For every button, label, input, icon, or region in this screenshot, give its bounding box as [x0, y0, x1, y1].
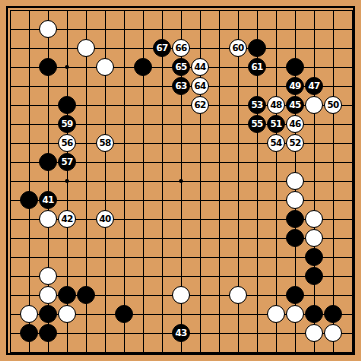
white-stone[interactable]	[39, 210, 57, 228]
black-stone[interactable]: 43	[172, 324, 190, 342]
black-stone[interactable]	[39, 324, 57, 342]
black-stone[interactable]: 45	[286, 96, 304, 114]
black-stone[interactable]	[286, 58, 304, 76]
white-stone[interactable]	[20, 305, 38, 323]
white-stone[interactable]: 50	[324, 96, 342, 114]
move-number-label: 67	[156, 44, 168, 53]
black-stone[interactable]: 53	[248, 96, 266, 114]
white-stone[interactable]	[58, 305, 76, 323]
black-stone[interactable]: 57	[58, 153, 76, 171]
move-number-label: 41	[42, 196, 54, 205]
black-stone[interactable]	[58, 96, 76, 114]
black-stone[interactable]	[305, 267, 323, 285]
white-stone[interactable]: 64	[191, 77, 209, 95]
black-stone[interactable]: 47	[305, 77, 323, 95]
move-number-label: 55	[251, 120, 263, 129]
black-stone[interactable]: 49	[286, 77, 304, 95]
black-stone[interactable]	[58, 286, 76, 304]
move-number-label: 40	[99, 215, 111, 224]
move-number-label: 42	[61, 215, 73, 224]
black-stone[interactable]	[134, 58, 152, 76]
white-stone[interactable]	[286, 305, 304, 323]
black-stone[interactable]	[305, 248, 323, 266]
white-stone[interactable]	[229, 286, 247, 304]
move-number-label: 66	[175, 44, 187, 53]
black-stone[interactable]	[286, 229, 304, 247]
black-stone[interactable]	[39, 153, 57, 171]
black-stone[interactable]	[115, 305, 133, 323]
move-number-label: 57	[61, 158, 73, 167]
white-stone[interactable]: 54	[267, 134, 285, 152]
white-stone[interactable]	[305, 324, 323, 342]
move-number-label: 60	[232, 44, 244, 53]
black-stone[interactable]	[324, 305, 342, 323]
black-stone[interactable]	[305, 305, 323, 323]
white-stone[interactable]: 60	[229, 39, 247, 57]
move-number-label: 64	[194, 82, 206, 91]
white-stone[interactable]	[305, 210, 323, 228]
black-stone[interactable]	[39, 58, 57, 76]
white-stone[interactable]: 44	[191, 58, 209, 76]
white-stone[interactable]	[77, 39, 95, 57]
black-stone[interactable]	[39, 305, 57, 323]
white-stone[interactable]: 66	[172, 39, 190, 57]
move-number-label: 63	[175, 82, 187, 91]
move-number-label: 46	[289, 120, 301, 129]
black-stone[interactable]: 67	[153, 39, 171, 57]
white-stone[interactable]	[172, 286, 190, 304]
move-number-label: 62	[194, 101, 206, 110]
white-stone[interactable]: 58	[96, 134, 114, 152]
white-stone[interactable]	[286, 191, 304, 209]
black-stone[interactable]	[20, 191, 38, 209]
move-number-label: 49	[289, 82, 301, 91]
move-number-label: 58	[99, 139, 111, 148]
white-stone[interactable]: 46	[286, 115, 304, 133]
move-number-label: 50	[327, 101, 339, 110]
black-stone[interactable]	[77, 286, 95, 304]
black-stone[interactable]	[286, 286, 304, 304]
stone-grid[interactable]: 6766606544616364494762534845505955514656…	[1, 1, 361, 361]
move-number-label: 59	[61, 120, 73, 129]
white-stone[interactable]: 42	[58, 210, 76, 228]
move-number-label: 43	[175, 329, 187, 338]
move-number-label: 44	[194, 63, 206, 72]
white-stone[interactable]	[39, 286, 57, 304]
white-stone[interactable]	[39, 267, 57, 285]
white-stone[interactable]	[39, 20, 57, 38]
black-stone[interactable]: 55	[248, 115, 266, 133]
black-stone[interactable]: 61	[248, 58, 266, 76]
white-stone[interactable]: 48	[267, 96, 285, 114]
move-number-label: 47	[308, 82, 320, 91]
go-board[interactable]: 6766606544616364494762534845505955514656…	[0, 0, 361, 361]
white-stone[interactable]	[267, 305, 285, 323]
black-stone[interactable]	[248, 39, 266, 57]
black-stone[interactable]: 51	[267, 115, 285, 133]
move-number-label: 54	[270, 139, 282, 148]
black-stone[interactable]	[20, 324, 38, 342]
white-stone[interactable]	[96, 58, 114, 76]
move-number-label: 51	[270, 120, 282, 129]
move-number-label: 53	[251, 101, 263, 110]
move-number-label: 45	[289, 101, 301, 110]
white-stone[interactable]	[305, 229, 323, 247]
move-number-label: 56	[61, 139, 73, 148]
move-number-label: 65	[175, 63, 187, 72]
white-stone[interactable]: 40	[96, 210, 114, 228]
black-stone[interactable]: 65	[172, 58, 190, 76]
move-number-label: 61	[251, 63, 263, 72]
white-stone[interactable]	[286, 172, 304, 190]
white-stone[interactable]: 56	[58, 134, 76, 152]
black-stone[interactable]	[286, 210, 304, 228]
black-stone[interactable]: 63	[172, 77, 190, 95]
black-stone[interactable]: 59	[58, 115, 76, 133]
black-stone[interactable]: 41	[39, 191, 57, 209]
white-stone[interactable]	[324, 324, 342, 342]
white-stone[interactable]: 52	[286, 134, 304, 152]
white-stone[interactable]: 62	[191, 96, 209, 114]
white-stone[interactable]	[305, 96, 323, 114]
move-number-label: 48	[270, 101, 282, 110]
move-number-label: 52	[289, 139, 301, 148]
